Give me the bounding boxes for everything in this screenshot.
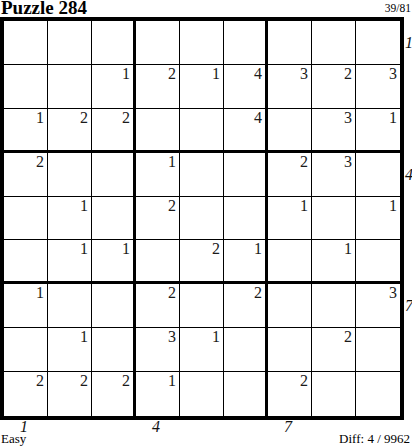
row-coordinate-label: 7: [405, 298, 412, 314]
cell-r4c2[interactable]: [48, 153, 92, 197]
cell-r5c2[interactable]: 1: [48, 197, 92, 241]
clue-digit: 1: [212, 329, 220, 344]
cell-r9c4[interactable]: 1: [136, 372, 180, 416]
cell-r4c6[interactable]: [224, 153, 268, 197]
clue-digit: 2: [300, 154, 308, 169]
clue-digit: 3: [344, 154, 352, 169]
clue-digit: 2: [80, 110, 88, 125]
cell-r9c3[interactable]: 2: [92, 372, 136, 416]
cell-r9c8[interactable]: [312, 372, 356, 416]
cell-r9c6[interactable]: [224, 372, 268, 416]
cell-r8c8[interactable]: 2: [312, 328, 356, 372]
cell-r2c2[interactable]: [48, 65, 92, 109]
clue-digit: 1: [80, 241, 88, 256]
cell-r5c3[interactable]: [92, 197, 136, 241]
cell-r3c6[interactable]: 4: [224, 109, 268, 153]
cell-r5c4[interactable]: 2: [136, 197, 180, 241]
cell-r2c1[interactable]: [4, 65, 48, 109]
cell-r5c5[interactable]: [180, 197, 224, 241]
cell-r1c4[interactable]: [136, 21, 180, 65]
cell-r3c5[interactable]: [180, 109, 224, 153]
puzzle-title: Puzzle 284: [1, 0, 87, 18]
row-coordinate-label: 1: [405, 35, 412, 51]
puzzle-page: Puzzle 284 39/81 12143231224312123121111…: [0, 0, 412, 446]
clue-digit: 2: [168, 66, 176, 81]
clue-digit: 1: [300, 198, 308, 213]
clue-digit: 3: [389, 66, 397, 81]
cell-r1c6[interactable]: [224, 21, 268, 65]
clue-digit: 3: [344, 110, 352, 125]
clue-digit: 1: [212, 66, 220, 81]
clue-digit: 4: [254, 66, 262, 81]
cell-r5c1[interactable]: [4, 197, 48, 241]
cell-r2c9[interactable]: 3: [356, 65, 400, 109]
cell-r6c5[interactable]: 2: [180, 240, 224, 284]
col-coordinate-label: 1: [14, 420, 34, 434]
cell-r2c8[interactable]: 2: [312, 65, 356, 109]
puzzle-board: 121432312243121231211112111223131222212: [0, 17, 404, 420]
cell-r4c4[interactable]: 1: [136, 153, 180, 197]
cell-r1c8[interactable]: [312, 21, 356, 65]
cell-r2c6[interactable]: 4: [224, 65, 268, 109]
cell-r7c3[interactable]: [92, 284, 136, 328]
difficulty-rating: Diff: 4 / 9962: [339, 432, 410, 446]
clue-digit: 1: [168, 154, 176, 169]
cell-r2c4[interactable]: 2: [136, 65, 180, 109]
clue-digit: 1: [344, 241, 352, 256]
cell-r4c9[interactable]: [356, 153, 400, 197]
cell-r5c9[interactable]: 1: [356, 197, 400, 241]
cell-r9c1[interactable]: 2: [4, 372, 48, 416]
cell-r8c6[interactable]: [224, 328, 268, 372]
cell-r8c1[interactable]: [4, 328, 48, 372]
cell-r5c7[interactable]: 1: [268, 197, 312, 241]
cell-r6c4[interactable]: [136, 240, 180, 284]
cell-r8c3[interactable]: [92, 328, 136, 372]
cell-r4c8[interactable]: 3: [312, 153, 356, 197]
cell-r2c3[interactable]: 1: [92, 65, 136, 109]
cell-r9c9[interactable]: [356, 372, 400, 416]
clue-digit: 3: [168, 329, 176, 344]
clue-digit: 3: [389, 285, 397, 300]
cell-r7c9[interactable]: 3: [356, 284, 400, 328]
cell-r6c6[interactable]: 1: [224, 240, 268, 284]
clue-digit: 2: [122, 110, 130, 125]
cell-r1c2[interactable]: [48, 21, 92, 65]
cell-r2c5[interactable]: 1: [180, 65, 224, 109]
cell-r8c5[interactable]: 1: [180, 328, 224, 372]
clue-counter: 39/81: [385, 2, 411, 14]
clue-digit: 4: [254, 110, 262, 125]
cell-r4c5[interactable]: [180, 153, 224, 197]
cell-r6c1[interactable]: [4, 240, 48, 284]
clue-digit: 2: [212, 241, 220, 256]
cell-r7c1[interactable]: 1: [4, 284, 48, 328]
clue-digit: 2: [122, 373, 130, 388]
clue-digit: 1: [122, 241, 130, 256]
cell-r1c7[interactable]: [268, 21, 312, 65]
cell-r9c7[interactable]: 2: [268, 372, 312, 416]
clue-digit: 1: [36, 110, 44, 125]
clue-digit: 1: [168, 373, 176, 388]
cell-r1c9[interactable]: [356, 21, 400, 65]
cell-r7c2[interactable]: [48, 284, 92, 328]
col-coordinate-label: 7: [278, 420, 298, 434]
clue-digit: 1: [36, 285, 44, 300]
cell-r8c9[interactable]: [356, 328, 400, 372]
cell-r8c4[interactable]: 3: [136, 328, 180, 372]
cell-r2c7[interactable]: 3: [268, 65, 312, 109]
clue-digit: 1: [80, 329, 88, 344]
clue-digit: 2: [36, 154, 44, 169]
clue-digit: 1: [389, 198, 397, 213]
cell-r6c8[interactable]: 1: [312, 240, 356, 284]
cell-r6c7[interactable]: [268, 240, 312, 284]
cell-r7c7[interactable]: [268, 284, 312, 328]
cell-r3c9[interactable]: 1: [356, 109, 400, 153]
clue-digit: 2: [300, 373, 308, 388]
clue-digit: 1: [389, 110, 397, 125]
cell-r6c3[interactable]: 1: [92, 240, 136, 284]
clue-digit: 2: [254, 285, 262, 300]
cell-r3c4[interactable]: [136, 109, 180, 153]
cell-r8c2[interactable]: 1: [48, 328, 92, 372]
cell-r6c2[interactable]: 1: [48, 240, 92, 284]
cell-r6c9[interactable]: [356, 240, 400, 284]
cell-r3c2[interactable]: 2: [48, 109, 92, 153]
clue-digit: 2: [168, 285, 176, 300]
cell-r1c3[interactable]: [92, 21, 136, 65]
cell-r3c3[interactable]: 2: [92, 109, 136, 153]
cell-r8c7[interactable]: [268, 328, 312, 372]
clue-digit: 1: [122, 66, 130, 81]
clue-digit: 2: [344, 66, 352, 81]
clue-digit: 2: [36, 373, 44, 388]
cell-r9c5[interactable]: [180, 372, 224, 416]
cell-r5c8[interactable]: [312, 197, 356, 241]
cell-r4c1[interactable]: 2: [4, 153, 48, 197]
clue-digit: 3: [300, 66, 308, 81]
cell-r9c2[interactable]: 2: [48, 372, 92, 416]
cell-r3c7[interactable]: [268, 109, 312, 153]
cell-r3c8[interactable]: 3: [312, 109, 356, 153]
cell-r3c1[interactable]: 1: [4, 109, 48, 153]
col-coordinate-label: 4: [146, 420, 166, 434]
clue-digit: 2: [344, 329, 352, 344]
cell-r1c1[interactable]: [4, 21, 48, 65]
clue-digit: 2: [168, 198, 176, 213]
cell-r5c6[interactable]: [224, 197, 268, 241]
row-coordinate-label: 4: [405, 167, 412, 183]
clue-digit: 2: [80, 373, 88, 388]
clue-digit: 1: [254, 241, 262, 256]
cell-r4c3[interactable]: [92, 153, 136, 197]
clue-digit: 1: [80, 198, 88, 213]
cell-r7c5[interactable]: [180, 284, 224, 328]
cell-r7c4[interactable]: 2: [136, 284, 180, 328]
cell-r4c7[interactable]: 2: [268, 153, 312, 197]
cell-r7c6[interactable]: 2: [224, 284, 268, 328]
cell-r7c8[interactable]: [312, 284, 356, 328]
cell-r1c5[interactable]: [180, 21, 224, 65]
